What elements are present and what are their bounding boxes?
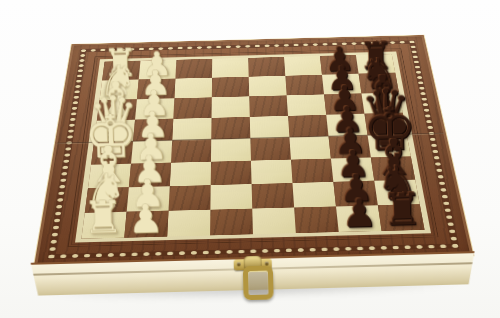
board-square	[251, 160, 293, 184]
board-square	[291, 159, 333, 183]
board-square	[174, 78, 212, 99]
piece-white-rook: ♜	[82, 199, 123, 236]
board-square	[170, 162, 211, 187]
board-square	[173, 97, 211, 119]
board-square	[288, 115, 329, 137]
board-square	[248, 57, 285, 77]
board-square	[210, 184, 252, 210]
product-photo-stage: ♜♟♟♜♞♟♟♞♝♟♟♝♛♟♟♛♚♟♟♚♝♟♟♝♞♟♟♞♜♟♟♜	[0, 0, 500, 318]
board-square	[252, 183, 295, 209]
clasp-loop	[243, 265, 274, 300]
board-square	[167, 210, 210, 237]
board-square	[284, 56, 322, 76]
scene-tilt: ♜♟♟♜♞♟♟♞♝♟♟♝♛♟♟♛♚♟♟♚♝♟♟♝♞♟♟♞♜♟♟♜	[0, 0, 500, 318]
board-square	[212, 58, 249, 78]
board-square: ♜	[81, 212, 126, 239]
board-square	[289, 136, 330, 159]
board-square	[212, 77, 249, 98]
board-square	[285, 75, 324, 96]
board-square: ♜	[378, 204, 425, 231]
board-square	[172, 118, 211, 140]
piece-black-pawn: ♟	[342, 197, 378, 229]
board-square	[294, 206, 339, 233]
board-square	[211, 117, 250, 139]
board-square	[250, 116, 290, 138]
board-square: ♟	[124, 211, 168, 238]
board-square	[169, 185, 211, 211]
board-square	[211, 138, 251, 161]
board-squares: ♜♟♟♜♞♟♟♞♝♟♟♝♛♟♟♛♚♟♟♚♝♟♟♝♞♟♟♞♜♟♟♜	[75, 51, 431, 242]
board-square	[250, 137, 291, 160]
board-square	[287, 94, 327, 115]
chess-board: ♜♟♟♜♞♟♟♞♝♟♟♝♛♟♟♛♚♟♟♚♝♟♟♝♞♟♟♞♜♟♟♜	[33, 35, 475, 268]
board-square	[249, 76, 287, 97]
board-square	[252, 207, 296, 234]
board-square	[210, 209, 253, 236]
piece-black-rook: ♜	[382, 191, 423, 228]
board-square: ♟	[336, 205, 382, 232]
board-square	[212, 96, 250, 117]
board-square	[175, 59, 212, 79]
piece-white-pawn: ♟	[128, 203, 164, 235]
board-square	[292, 182, 336, 208]
board-square	[211, 161, 252, 185]
board-square	[249, 95, 288, 116]
board-square	[171, 139, 211, 162]
